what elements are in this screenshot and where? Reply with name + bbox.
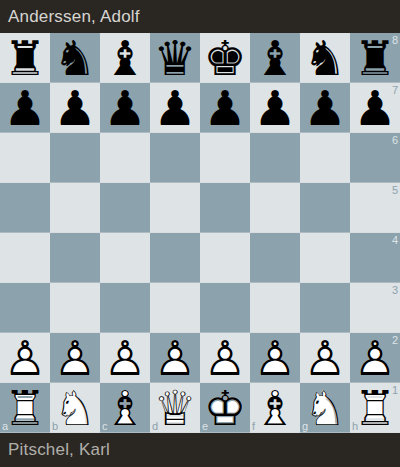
chess-game-viewer: Anderssen, Adolf ♜♞♝♛♚♝♞♜8♟♟♟♟♟♟♟♟76543♟…: [0, 0, 400, 467]
white-pawn-glyph: ♟: [0, 333, 50, 383]
square-d1[interactable]: ♛♕d: [150, 383, 200, 433]
square-e1[interactable]: ♚♔e: [200, 383, 250, 433]
square-a5[interactable]: [0, 183, 50, 233]
square-a6[interactable]: [0, 133, 50, 183]
black-pawn-glyph: ♟: [350, 83, 400, 133]
white-rook-glyph: ♜: [0, 383, 50, 433]
piece-white-knight[interactable]: ♞♘: [300, 383, 350, 433]
white-pawn-glyph: ♟: [150, 333, 200, 383]
square-h7[interactable]: ♟7: [350, 83, 400, 133]
piece-white-pawn[interactable]: ♟♙: [300, 333, 350, 383]
square-c1[interactable]: ♝♗c: [100, 383, 150, 433]
rank-label-4: 4: [392, 235, 398, 246]
square-b1[interactable]: ♞♘b: [50, 383, 100, 433]
black-pawn-glyph: ♟: [200, 83, 250, 133]
square-b6[interactable]: [50, 133, 100, 183]
player-top-bar: Anderssen, Adolf: [0, 0, 400, 33]
square-g3[interactable]: [300, 283, 350, 333]
piece-white-pawn[interactable]: ♟♙: [250, 333, 300, 383]
piece-black-pawn[interactable]: ♟: [150, 83, 200, 133]
square-f1[interactable]: ♝♗f: [250, 383, 300, 433]
square-d2[interactable]: ♟♙: [150, 333, 200, 383]
square-a8[interactable]: ♜: [0, 33, 50, 83]
white-pawn-outline-glyph: ♙: [350, 333, 400, 383]
square-g8[interactable]: ♞: [300, 33, 350, 83]
square-h5[interactable]: 5: [350, 183, 400, 233]
white-rook-glyph: ♜: [350, 383, 400, 433]
player-bottom-name[interactable]: Pitschel, Karl: [8, 440, 110, 460]
piece-white-queen[interactable]: ♛♕: [150, 383, 200, 433]
piece-black-pawn[interactable]: ♟: [300, 83, 350, 133]
chess-board[interactable]: ♜♞♝♛♚♝♞♜8♟♟♟♟♟♟♟♟76543♟♙♟♙♟♙♟♙♟♙♟♙♟♙♟♙2♜…: [0, 33, 400, 433]
piece-white-king[interactable]: ♚♔: [200, 383, 250, 433]
white-pawn-glyph: ♟: [100, 333, 150, 383]
white-pawn-outline-glyph: ♙: [50, 333, 100, 383]
white-rook-outline-glyph: ♖: [350, 383, 400, 433]
white-knight-glyph: ♞: [300, 383, 350, 433]
piece-black-rook[interactable]: ♜: [350, 33, 400, 83]
square-c8[interactable]: ♝: [100, 33, 150, 83]
square-d8[interactable]: ♛: [150, 33, 200, 83]
square-g2[interactable]: ♟♙: [300, 333, 350, 383]
player-top-name[interactable]: Anderssen, Adolf: [8, 7, 140, 27]
black-pawn-glyph: ♟: [0, 83, 50, 133]
square-c7[interactable]: ♟: [100, 83, 150, 133]
white-pawn-glyph: ♟: [350, 333, 400, 383]
piece-black-pawn[interactable]: ♟: [200, 83, 250, 133]
white-pawn-glyph: ♟: [200, 333, 250, 383]
square-f6[interactable]: [250, 133, 300, 183]
piece-white-pawn[interactable]: ♟♙: [50, 333, 100, 383]
square-d4[interactable]: [150, 233, 200, 283]
square-b8[interactable]: ♞: [50, 33, 100, 83]
square-d5[interactable]: [150, 183, 200, 233]
black-rook-glyph: ♜: [350, 33, 400, 83]
white-knight-outline-glyph: ♘: [300, 383, 350, 433]
square-f4[interactable]: [250, 233, 300, 283]
rank-label-3: 3: [392, 285, 398, 296]
white-pawn-outline-glyph: ♙: [300, 333, 350, 383]
square-a2[interactable]: ♟♙: [0, 333, 50, 383]
white-queen-outline-glyph: ♕: [150, 383, 200, 433]
black-knight-glyph: ♞: [50, 33, 100, 83]
square-d3[interactable]: [150, 283, 200, 333]
black-pawn-glyph: ♟: [300, 83, 350, 133]
square-e8[interactable]: ♚: [200, 33, 250, 83]
white-bishop-glyph: ♝: [100, 383, 150, 433]
black-knight-glyph: ♞: [300, 33, 350, 83]
white-pawn-outline-glyph: ♙: [100, 333, 150, 383]
square-c3[interactable]: [100, 283, 150, 333]
piece-white-rook[interactable]: ♜♖: [0, 383, 50, 433]
square-a1[interactable]: ♜♖a: [0, 383, 50, 433]
piece-black-pawn[interactable]: ♟: [350, 83, 400, 133]
square-b4[interactable]: [50, 233, 100, 283]
square-f8[interactable]: ♝: [250, 33, 300, 83]
black-pawn-glyph: ♟: [100, 83, 150, 133]
square-a4[interactable]: [0, 233, 50, 283]
rank-label-5: 5: [392, 185, 398, 196]
white-rook-outline-glyph: ♖: [0, 383, 50, 433]
white-pawn-outline-glyph: ♙: [150, 333, 200, 383]
white-pawn-outline-glyph: ♙: [250, 333, 300, 383]
square-f7[interactable]: ♟: [250, 83, 300, 133]
white-pawn-outline-glyph: ♙: [0, 333, 50, 383]
square-g4[interactable]: [300, 233, 350, 283]
square-a3[interactable]: [0, 283, 50, 333]
square-e2[interactable]: ♟♙: [200, 333, 250, 383]
square-b2[interactable]: ♟♙: [50, 333, 100, 383]
white-bishop-glyph: ♝: [250, 383, 300, 433]
square-b3[interactable]: [50, 283, 100, 333]
square-e6[interactable]: [200, 133, 250, 183]
piece-black-knight[interactable]: ♞: [50, 33, 100, 83]
black-queen-glyph: ♛: [150, 33, 200, 83]
white-pawn-glyph: ♟: [300, 333, 350, 383]
piece-white-pawn[interactable]: ♟♙: [350, 333, 400, 383]
white-bishop-outline-glyph: ♗: [100, 383, 150, 433]
piece-black-pawn[interactable]: ♟: [50, 83, 100, 133]
square-h1[interactable]: ♜♖1h: [350, 383, 400, 433]
square-c2[interactable]: ♟♙: [100, 333, 150, 383]
square-f3[interactable]: [250, 283, 300, 333]
square-f2[interactable]: ♟♙: [250, 333, 300, 383]
square-e5[interactable]: [200, 183, 250, 233]
square-f5[interactable]: [250, 183, 300, 233]
square-e3[interactable]: [200, 283, 250, 333]
piece-white-pawn[interactable]: ♟♙: [0, 333, 50, 383]
black-rook-glyph: ♜: [0, 33, 50, 83]
black-king-glyph: ♚: [200, 33, 250, 83]
square-g5[interactable]: [300, 183, 350, 233]
square-h2[interactable]: ♟♙2: [350, 333, 400, 383]
white-queen-glyph: ♛: [150, 383, 200, 433]
piece-white-bishop[interactable]: ♝♗: [250, 383, 300, 433]
player-bottom-bar: Pitschel, Karl: [0, 433, 400, 467]
piece-black-bishop[interactable]: ♝: [250, 33, 300, 83]
piece-black-pawn[interactable]: ♟: [100, 83, 150, 133]
white-pawn-glyph: ♟: [250, 333, 300, 383]
square-g6[interactable]: [300, 133, 350, 183]
piece-black-pawn[interactable]: ♟: [250, 83, 300, 133]
square-g7[interactable]: ♟: [300, 83, 350, 133]
white-knight-glyph: ♞: [50, 383, 100, 433]
square-h8[interactable]: ♜8: [350, 33, 400, 83]
piece-white-pawn[interactable]: ♟♙: [200, 333, 250, 383]
piece-black-king[interactable]: ♚: [200, 33, 250, 83]
square-e7[interactable]: ♟: [200, 83, 250, 133]
black-bishop-glyph: ♝: [250, 33, 300, 83]
white-bishop-outline-glyph: ♗: [250, 383, 300, 433]
square-a7[interactable]: ♟: [0, 83, 50, 133]
white-pawn-outline-glyph: ♙: [200, 333, 250, 383]
square-b5[interactable]: [50, 183, 100, 233]
square-h4[interactable]: 4: [350, 233, 400, 283]
black-pawn-glyph: ♟: [250, 83, 300, 133]
rank-label-6: 6: [392, 135, 398, 146]
square-g1[interactable]: ♞♘g: [300, 383, 350, 433]
piece-black-knight[interactable]: ♞: [300, 33, 350, 83]
square-b7[interactable]: ♟: [50, 83, 100, 133]
piece-black-bishop[interactable]: ♝: [100, 33, 150, 83]
piece-white-pawn[interactable]: ♟♙: [100, 333, 150, 383]
white-pawn-glyph: ♟: [50, 333, 100, 383]
square-c6[interactable]: [100, 133, 150, 183]
piece-white-knight[interactable]: ♞♘: [50, 383, 100, 433]
black-bishop-glyph: ♝: [100, 33, 150, 83]
piece-black-pawn[interactable]: ♟: [0, 83, 50, 133]
piece-white-bishop[interactable]: ♝♗: [100, 383, 150, 433]
square-h3[interactable]: 3: [350, 283, 400, 333]
square-d7[interactable]: ♟: [150, 83, 200, 133]
square-e4[interactable]: [200, 233, 250, 283]
white-king-glyph: ♚: [200, 383, 250, 433]
square-c5[interactable]: [100, 183, 150, 233]
square-c4[interactable]: [100, 233, 150, 283]
square-h6[interactable]: 6: [350, 133, 400, 183]
square-d6[interactable]: [150, 133, 200, 183]
black-pawn-glyph: ♟: [50, 83, 100, 133]
white-knight-outline-glyph: ♘: [50, 383, 100, 433]
piece-black-queen[interactable]: ♛: [150, 33, 200, 83]
black-pawn-glyph: ♟: [150, 83, 200, 133]
piece-white-pawn[interactable]: ♟♙: [150, 333, 200, 383]
piece-white-rook[interactable]: ♜♖: [350, 383, 400, 433]
white-king-outline-glyph: ♔: [200, 383, 250, 433]
piece-black-rook[interactable]: ♜: [0, 33, 50, 83]
